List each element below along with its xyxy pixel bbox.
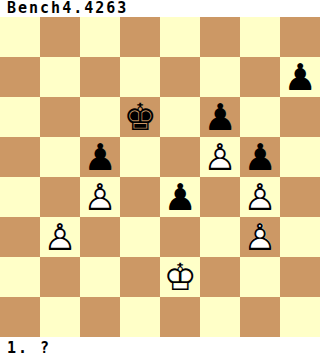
square-f1[interactable] <box>200 297 240 337</box>
chess-app: Bench4.4263 ♟♚♟♟♟♙♟♟♙♟♟♙♟♙♟♙♚♔ 1. ? <box>0 0 320 360</box>
square-d2[interactable] <box>120 257 160 297</box>
square-a3[interactable] <box>0 217 40 257</box>
window-title: Bench4.4263 <box>0 0 320 17</box>
square-g3[interactable]: ♟♙ <box>240 217 280 257</box>
square-d3[interactable] <box>120 217 160 257</box>
square-e6[interactable] <box>160 97 200 137</box>
piece-black-pawn[interactable]: ♟ <box>280 57 320 97</box>
square-e7[interactable] <box>160 57 200 97</box>
square-h4[interactable] <box>280 177 320 217</box>
square-f5[interactable]: ♟♙ <box>200 137 240 177</box>
square-a7[interactable] <box>0 57 40 97</box>
square-b4[interactable] <box>40 177 80 217</box>
square-e8[interactable] <box>160 17 200 57</box>
piece-black-king[interactable]: ♚ <box>120 97 160 137</box>
square-h3[interactable] <box>280 217 320 257</box>
square-f7[interactable] <box>200 57 240 97</box>
square-c6[interactable] <box>80 97 120 137</box>
square-b7[interactable] <box>40 57 80 97</box>
square-g8[interactable] <box>240 17 280 57</box>
move-prompt: 1. ? <box>0 337 320 360</box>
square-f3[interactable] <box>200 217 240 257</box>
square-b2[interactable] <box>40 257 80 297</box>
square-h2[interactable] <box>280 257 320 297</box>
square-c1[interactable] <box>80 297 120 337</box>
square-a8[interactable] <box>0 17 40 57</box>
square-b6[interactable] <box>40 97 80 137</box>
square-e1[interactable] <box>160 297 200 337</box>
square-c2[interactable] <box>80 257 120 297</box>
square-a1[interactable] <box>0 297 40 337</box>
piece-black-pawn[interactable]: ♟ <box>240 137 280 177</box>
square-g7[interactable] <box>240 57 280 97</box>
square-a6[interactable] <box>0 97 40 137</box>
square-g4[interactable]: ♟♙ <box>240 177 280 217</box>
piece-white-pawn-outline: ♙ <box>40 217 80 257</box>
piece-white-pawn-outline: ♙ <box>240 217 280 257</box>
square-g5[interactable]: ♟ <box>240 137 280 177</box>
piece-white-pawn-outline: ♙ <box>80 177 120 217</box>
square-b5[interactable] <box>40 137 80 177</box>
square-b8[interactable] <box>40 17 80 57</box>
square-d1[interactable] <box>120 297 160 337</box>
piece-white-pawn-outline: ♙ <box>240 177 280 217</box>
square-f8[interactable] <box>200 17 240 57</box>
square-a4[interactable] <box>0 177 40 217</box>
square-d6[interactable]: ♚ <box>120 97 160 137</box>
square-b3[interactable]: ♟♙ <box>40 217 80 257</box>
square-f2[interactable] <box>200 257 240 297</box>
square-e3[interactable] <box>160 217 200 257</box>
piece-black-pawn[interactable]: ♟ <box>160 177 200 217</box>
piece-white-pawn-outline: ♙ <box>200 137 240 177</box>
square-c3[interactable] <box>80 217 120 257</box>
square-e4[interactable]: ♟ <box>160 177 200 217</box>
square-c4[interactable]: ♟♙ <box>80 177 120 217</box>
square-c8[interactable] <box>80 17 120 57</box>
square-d5[interactable] <box>120 137 160 177</box>
square-g1[interactable] <box>240 297 280 337</box>
square-b1[interactable] <box>40 297 80 337</box>
chess-board: ♟♚♟♟♟♙♟♟♙♟♟♙♟♙♟♙♚♔ <box>0 17 320 337</box>
square-h6[interactable] <box>280 97 320 137</box>
square-e2[interactable]: ♚♔ <box>160 257 200 297</box>
square-h7[interactable]: ♟ <box>280 57 320 97</box>
square-h8[interactable] <box>280 17 320 57</box>
square-h1[interactable] <box>280 297 320 337</box>
square-g6[interactable] <box>240 97 280 137</box>
square-a5[interactable] <box>0 137 40 177</box>
piece-black-pawn[interactable]: ♟ <box>200 97 240 137</box>
square-a2[interactable] <box>0 257 40 297</box>
square-e5[interactable] <box>160 137 200 177</box>
square-c5[interactable]: ♟ <box>80 137 120 177</box>
square-g2[interactable] <box>240 257 280 297</box>
square-d7[interactable] <box>120 57 160 97</box>
piece-black-pawn[interactable]: ♟ <box>80 137 120 177</box>
square-f4[interactable] <box>200 177 240 217</box>
square-d8[interactable] <box>120 17 160 57</box>
piece-white-king-outline: ♔ <box>160 257 200 297</box>
square-f6[interactable]: ♟ <box>200 97 240 137</box>
square-c7[interactable] <box>80 57 120 97</box>
square-d4[interactable] <box>120 177 160 217</box>
square-h5[interactable] <box>280 137 320 177</box>
